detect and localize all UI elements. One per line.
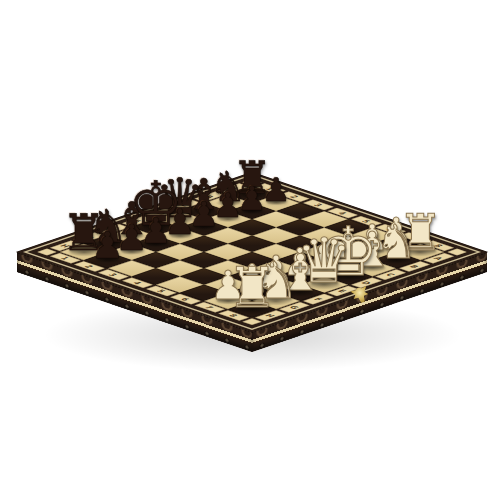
- black-pawn[interactable]: ♟: [91, 228, 124, 265]
- white-rook[interactable]: ♜: [227, 260, 277, 316]
- chess-set-photo: 12345678AABBCCDDEEFFGGHH12345678 ♜♟♟♜♞♟♟…: [0, 0, 500, 500]
- pieces-layer: ♜♟♟♜♞♟♟♞♝♟♟♝♛♟♟♚♚♟♟♛♝♟♟♝♞♟♟♞♜♟♟♜: [0, 0, 500, 500]
